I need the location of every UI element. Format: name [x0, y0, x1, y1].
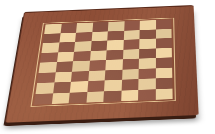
square-a2 — [36, 82, 54, 93]
square-d1 — [86, 91, 104, 103]
square-h4 — [155, 57, 172, 68]
square-g1 — [138, 89, 155, 101]
square-f1 — [121, 90, 139, 102]
square-h3 — [155, 67, 172, 78]
square-b3 — [54, 71, 72, 82]
square-e3 — [105, 69, 122, 80]
inlay-border — [31, 18, 176, 107]
squares-grid — [34, 19, 173, 104]
square-d3 — [88, 70, 106, 81]
square-g2 — [138, 78, 155, 89]
square-a1 — [34, 93, 53, 105]
square-h1 — [155, 88, 172, 100]
square-b1 — [51, 92, 69, 104]
square-d2 — [87, 80, 105, 91]
chessboard — [5, 5, 199, 123]
square-f2 — [121, 79, 138, 90]
square-b2 — [53, 82, 71, 93]
board-3d-wrapper — [15, 0, 195, 134]
square-g3 — [138, 68, 155, 79]
square-g4 — [139, 58, 156, 69]
square-a3 — [37, 72, 55, 83]
square-h2 — [155, 78, 172, 89]
square-c3 — [71, 71, 89, 82]
square-c1 — [69, 92, 87, 104]
square-f3 — [122, 69, 139, 80]
chessboard-product-photo — [0, 0, 215, 134]
square-e2 — [104, 80, 122, 91]
square-c2 — [70, 81, 88, 92]
square-e1 — [103, 90, 121, 102]
